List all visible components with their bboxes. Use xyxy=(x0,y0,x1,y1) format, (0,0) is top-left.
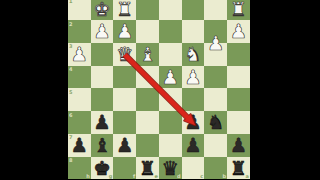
board-square[interactable] xyxy=(159,88,182,111)
black-knight-b6[interactable]: ♞ xyxy=(204,111,227,134)
white-queen-f3[interactable]: ♛ xyxy=(113,43,136,66)
board-square[interactable] xyxy=(227,43,250,66)
board-square[interactable] xyxy=(136,111,159,134)
board-square[interactable] xyxy=(136,66,159,89)
board-square[interactable] xyxy=(159,111,182,134)
black-rook-a8[interactable]: ♜ xyxy=(227,157,250,180)
board-square[interactable] xyxy=(204,88,227,111)
file-label: b xyxy=(222,173,226,179)
board-square[interactable] xyxy=(136,20,159,43)
black-bishop-g7[interactable]: ♝ xyxy=(91,134,114,157)
board-square[interactable]: 8h xyxy=(68,157,91,180)
board-square[interactable] xyxy=(113,66,136,89)
board-square[interactable] xyxy=(227,66,250,89)
chess-board[interactable]: 12345678hgfedcba♚♜♜♟♟♟♟♛♝♞♟♟♟♟♟♞♟♝♟♟♟♚♜♛… xyxy=(68,0,250,179)
white-knight-c3[interactable]: ♞ xyxy=(182,43,205,66)
board-square[interactable] xyxy=(91,43,114,66)
board-square[interactable]: c xyxy=(182,157,205,180)
board-square[interactable] xyxy=(113,111,136,134)
board-square[interactable] xyxy=(113,88,136,111)
white-pawn-b3[interactable]: ♟ xyxy=(204,32,227,55)
black-pawn-c7[interactable]: ♟ xyxy=(182,134,205,157)
white-pawn-g2[interactable]: ♟ xyxy=(91,20,114,43)
black-king-g8[interactable]: ♚ xyxy=(91,157,114,180)
board-square[interactable] xyxy=(136,134,159,157)
white-king-g1[interactable]: ♚ xyxy=(91,0,114,20)
black-queen-d8[interactable]: ♛ xyxy=(159,157,182,180)
white-pawn-c4[interactable]: ♟ xyxy=(182,66,205,89)
letterbox-left xyxy=(0,0,68,180)
black-pawn-f7[interactable]: ♟ xyxy=(113,134,136,157)
board-square[interactable] xyxy=(204,134,227,157)
board-square[interactable]: 5 xyxy=(68,88,91,111)
black-pawn-c6[interactable]: ♟ xyxy=(182,111,205,134)
board-square[interactable]: b xyxy=(204,157,227,180)
rank-label: 4 xyxy=(69,66,72,72)
black-rook-e8[interactable]: ♜ xyxy=(136,157,159,180)
board-square[interactable] xyxy=(159,43,182,66)
white-pawn-d4[interactable]: ♟ xyxy=(159,66,182,89)
board-square[interactable] xyxy=(182,88,205,111)
rank-label: 5 xyxy=(69,89,72,95)
board-square[interactable] xyxy=(159,134,182,157)
white-bishop-e3[interactable]: ♝ xyxy=(136,43,159,66)
board-square[interactable] xyxy=(136,0,159,20)
board-square[interactable] xyxy=(136,88,159,111)
file-label: c xyxy=(200,173,203,179)
file-label: h xyxy=(86,173,90,179)
board-square[interactable] xyxy=(159,0,182,20)
white-pawn-a2[interactable]: ♟ xyxy=(227,20,250,43)
black-pawn-g6[interactable]: ♟ xyxy=(91,111,114,134)
video-frame: 12345678hgfedcba♚♜♜♟♟♟♟♛♝♞♟♟♟♟♟♞♟♝♟♟♟♚♜♛… xyxy=(0,0,320,180)
board-square[interactable] xyxy=(182,20,205,43)
board-square[interactable] xyxy=(159,20,182,43)
white-rook-a1[interactable]: ♜ xyxy=(227,0,250,20)
letterbox-right xyxy=(250,0,320,180)
board-square[interactable] xyxy=(91,66,114,89)
board-square[interactable]: 4 xyxy=(68,66,91,89)
board-square[interactable] xyxy=(91,88,114,111)
black-pawn-a7[interactable]: ♟ xyxy=(227,134,250,157)
board-square[interactable]: 6 xyxy=(68,111,91,134)
rank-label: 6 xyxy=(69,112,72,118)
black-pawn-h7[interactable]: ♟ xyxy=(68,134,91,157)
board-square[interactable] xyxy=(182,0,205,20)
board-square[interactable] xyxy=(204,66,227,89)
white-pawn-h3[interactable]: ♟ xyxy=(68,43,91,66)
white-pawn-f2[interactable]: ♟ xyxy=(113,20,136,43)
rank-label: 8 xyxy=(69,157,72,163)
rank-label: 2 xyxy=(69,21,72,27)
board-square[interactable]: 1 xyxy=(68,0,91,20)
board-square[interactable] xyxy=(204,0,227,20)
board-square[interactable]: f xyxy=(113,157,136,180)
board-square[interactable] xyxy=(227,88,250,111)
board-square[interactable]: 2 xyxy=(68,20,91,43)
white-rook-f1[interactable]: ♜ xyxy=(113,0,136,20)
file-label: f xyxy=(133,173,135,179)
rank-label: 1 xyxy=(69,0,72,4)
board-square[interactable] xyxy=(227,111,250,134)
